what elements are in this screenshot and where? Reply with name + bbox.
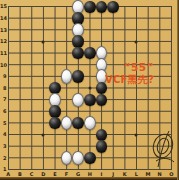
col-label-J: J: [109, 172, 117, 177]
col-label-F: F: [63, 172, 71, 177]
row-label-2: 2: [0, 156, 7, 161]
problem-number: “55”: [105, 61, 154, 74]
stone-black-G12[interactable]: [72, 35, 84, 47]
stone-white-F5[interactable]: [61, 116, 73, 130]
stone-black-I4[interactable]: [96, 129, 108, 141]
row-label-8: 8: [0, 86, 7, 91]
stone-black-I15[interactable]: [96, 1, 108, 13]
stone-black-E6[interactable]: [49, 105, 61, 117]
row-label-5: 5: [0, 121, 7, 126]
row-label-3: 3: [0, 144, 7, 149]
col-label-C: C: [28, 172, 36, 177]
row-label-4: 4: [0, 132, 7, 137]
stone-black-E5[interactable]: [49, 117, 61, 129]
stone-black-H7[interactable]: [84, 94, 96, 106]
row-label-6: 6: [0, 109, 7, 114]
col-label-D: D: [39, 172, 47, 177]
stone-black-J15[interactable]: [107, 1, 119, 13]
row-label-7: 7: [0, 97, 7, 102]
row-label-12: 12: [0, 39, 7, 44]
stone-black-H2[interactable]: [84, 152, 96, 164]
row-label-11: 11: [0, 51, 7, 56]
stone-black-I3[interactable]: [96, 140, 108, 152]
stone-white-F9[interactable]: [61, 69, 73, 83]
stone-black-H11[interactable]: [84, 47, 96, 59]
col-label-G: G: [74, 172, 82, 177]
row-label-15: 15: [0, 4, 7, 9]
gomoku-board[interactable]: 151413121110987654321 ABCDEFGHIJKLMNO “5…: [0, 0, 179, 180]
board-bottom-edge: [0, 177, 179, 180]
stone-white-G7[interactable]: [72, 93, 84, 107]
stone-black-I7[interactable]: [96, 94, 108, 106]
stone-black-G5[interactable]: [72, 117, 84, 129]
puzzle-annotation: “55” VCF黑先?: [105, 61, 154, 86]
col-label-A: A: [4, 172, 12, 177]
col-label-I: I: [97, 172, 105, 177]
row-label-14: 14: [0, 16, 7, 21]
stone-white-G2[interactable]: [72, 151, 84, 165]
col-label-E: E: [51, 172, 59, 177]
col-label-B: B: [16, 172, 24, 177]
vcf-question-text: VCF黑先?: [105, 74, 154, 86]
row-label-10: 10: [0, 63, 7, 68]
col-label-L: L: [132, 172, 140, 177]
col-label-H: H: [86, 172, 94, 177]
col-label-K: K: [121, 172, 129, 177]
signature-monogram-icon: [148, 127, 178, 175]
board-right-edge: [177, 0, 179, 180]
row-label-9: 9: [0, 74, 7, 79]
stone-black-G11[interactable]: [72, 47, 84, 59]
row-label-13: 13: [0, 28, 7, 33]
stone-black-H15[interactable]: [84, 1, 96, 13]
stone-white-H5[interactable]: [84, 116, 96, 130]
stone-white-F2[interactable]: [61, 151, 73, 165]
stone-black-G9[interactable]: [72, 70, 84, 82]
